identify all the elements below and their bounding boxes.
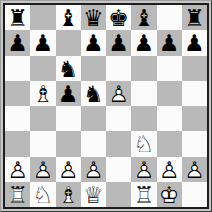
- white-piece-outline: ♙: [30, 157, 55, 182]
- square-c7[interactable]: [56, 30, 81, 55]
- chess-board-frame: ♜♝♛♚♝♜♟♟♟♟♟♟♟♞♝♗♟♞♟♙♞♘♟♙♟♙♟♙♟♙♟♙♟♙♟♙♜♖♞♘…: [0, 0, 212, 212]
- square-d2[interactable]: ♟♙: [81, 157, 106, 182]
- square-c6[interactable]: ♞: [56, 56, 81, 81]
- square-g2[interactable]: ♟♙: [157, 157, 182, 182]
- black-knight[interactable]: ♞: [81, 81, 106, 106]
- white-piece-outline: ♙: [81, 157, 106, 182]
- square-h8[interactable]: ♜: [182, 5, 207, 30]
- square-b7[interactable]: ♟: [30, 30, 55, 55]
- black-piece-glyph: ♟: [106, 31, 131, 56]
- square-a2[interactable]: ♟♙: [5, 157, 30, 182]
- square-e5[interactable]: ♟♙: [106, 81, 131, 106]
- square-a8[interactable]: ♜: [5, 5, 30, 30]
- white-piece-outline: ♗: [30, 81, 55, 106]
- square-f5[interactable]: [131, 81, 156, 106]
- square-g4[interactable]: [157, 106, 182, 131]
- white-bishop[interactable]: ♝♗: [30, 81, 55, 106]
- square-h5[interactable]: [182, 81, 207, 106]
- white-pawn[interactable]: ♟♙: [30, 157, 55, 182]
- white-piece-outline: ♖: [5, 182, 30, 207]
- square-c2[interactable]: ♟♙: [56, 157, 81, 182]
- black-king[interactable]: ♚: [106, 5, 131, 30]
- white-piece-outline: ♘: [131, 132, 156, 157]
- black-piece-glyph: ♚: [106, 6, 131, 31]
- white-piece-outline: ♕: [81, 182, 106, 207]
- white-piece-outline: ♙: [157, 157, 182, 182]
- black-queen[interactable]: ♛: [81, 5, 106, 30]
- black-piece-glyph: ♟: [81, 31, 106, 56]
- square-f2[interactable]: ♟♙: [131, 157, 156, 182]
- square-g5[interactable]: [157, 81, 182, 106]
- black-piece-glyph: ♝: [56, 6, 81, 31]
- square-f4[interactable]: [131, 106, 156, 131]
- square-e6[interactable]: [106, 56, 131, 81]
- chess-board: ♜♝♛♚♝♜♟♟♟♟♟♟♟♞♝♗♟♞♟♙♞♘♟♙♟♙♟♙♟♙♟♙♟♙♟♙♜♖♞♘…: [5, 5, 207, 207]
- white-pawn[interactable]: ♟♙: [81, 157, 106, 182]
- black-knight[interactable]: ♞: [56, 56, 81, 81]
- white-piece-outline: ♙: [182, 157, 207, 182]
- black-piece-glyph: ♟: [5, 31, 30, 56]
- square-g8[interactable]: [157, 5, 182, 30]
- square-h6[interactable]: [182, 56, 207, 81]
- square-c4[interactable]: [56, 106, 81, 131]
- black-piece-glyph: ♟: [56, 81, 81, 106]
- square-c5[interactable]: ♟: [56, 81, 81, 106]
- square-a4[interactable]: [5, 106, 30, 131]
- black-rook[interactable]: ♜: [5, 5, 30, 30]
- square-c3[interactable]: [56, 131, 81, 156]
- square-e4[interactable]: [106, 106, 131, 131]
- square-g7[interactable]: ♟: [157, 30, 182, 55]
- white-pawn[interactable]: ♟♙: [56, 157, 81, 182]
- square-f7[interactable]: ♟: [131, 30, 156, 55]
- square-d1[interactable]: ♛♕: [81, 182, 106, 207]
- square-g3[interactable]: [157, 131, 182, 156]
- square-f8[interactable]: ♝: [131, 5, 156, 30]
- white-queen[interactable]: ♛♕: [81, 182, 106, 207]
- white-piece-outline: ♙: [131, 157, 156, 182]
- black-piece-glyph: ♟: [131, 31, 156, 56]
- square-c8[interactable]: ♝: [56, 5, 81, 30]
- black-pawn[interactable]: ♟: [30, 30, 55, 55]
- white-bishop[interactable]: ♝♗: [56, 182, 81, 207]
- white-king[interactable]: ♚♔: [157, 182, 182, 207]
- black-piece-glyph: ♜: [5, 6, 30, 31]
- square-b8[interactable]: [30, 5, 55, 30]
- white-knight[interactable]: ♞♘: [131, 131, 156, 156]
- square-b3[interactable]: [30, 131, 55, 156]
- white-piece-outline: ♙: [56, 157, 81, 182]
- black-piece-glyph: ♞: [56, 56, 81, 81]
- square-b2[interactable]: ♟♙: [30, 157, 55, 182]
- black-piece-glyph: ♛: [81, 6, 106, 31]
- black-piece-glyph: ♟: [157, 31, 182, 56]
- black-pawn[interactable]: ♟: [106, 30, 131, 55]
- white-knight[interactable]: ♞♘: [30, 182, 55, 207]
- black-piece-glyph: ♟: [30, 31, 55, 56]
- white-piece-outline: ♗: [56, 182, 81, 207]
- square-e8[interactable]: ♚: [106, 5, 131, 30]
- square-h2[interactable]: ♟♙: [182, 157, 207, 182]
- white-pawn[interactable]: ♟♙: [182, 157, 207, 182]
- black-piece-glyph: ♝: [131, 6, 156, 31]
- square-h7[interactable]: ♟: [182, 30, 207, 55]
- square-c1[interactable]: ♝♗: [56, 182, 81, 207]
- black-pawn[interactable]: ♟: [157, 30, 182, 55]
- square-d3[interactable]: [81, 131, 106, 156]
- square-b4[interactable]: [30, 106, 55, 131]
- white-rook[interactable]: ♜♖: [5, 182, 30, 207]
- square-d8[interactable]: ♛: [81, 5, 106, 30]
- white-pawn[interactable]: ♟♙: [131, 157, 156, 182]
- black-bishop[interactable]: ♝: [131, 5, 156, 30]
- square-d4[interactable]: [81, 106, 106, 131]
- square-e7[interactable]: ♟: [106, 30, 131, 55]
- square-h4[interactable]: [182, 106, 207, 131]
- square-e2[interactable]: [106, 157, 131, 182]
- white-piece-outline: ♘: [30, 182, 55, 207]
- square-a7[interactable]: ♟: [5, 30, 30, 55]
- black-piece-glyph: ♞: [81, 81, 106, 106]
- square-b1[interactable]: ♞♘: [30, 182, 55, 207]
- white-piece-outline: ♙: [5, 157, 30, 182]
- white-piece-outline: ♔: [157, 182, 182, 207]
- square-f6[interactable]: [131, 56, 156, 81]
- square-f3[interactable]: ♞♘: [131, 131, 156, 156]
- black-pawn[interactable]: ♟: [131, 30, 156, 55]
- black-pawn[interactable]: ♟: [182, 30, 207, 55]
- square-a3[interactable]: [5, 131, 30, 156]
- square-a6[interactable]: [5, 56, 30, 81]
- square-d6[interactable]: [81, 56, 106, 81]
- black-pawn[interactable]: ♟: [81, 30, 106, 55]
- square-d5[interactable]: ♞: [81, 81, 106, 106]
- black-rook[interactable]: ♜: [182, 5, 207, 30]
- black-piece-glyph: ♟: [182, 31, 207, 56]
- chess-board-border: ♜♝♛♚♝♜♟♟♟♟♟♟♟♞♝♗♟♞♟♙♞♘♟♙♟♙♟♙♟♙♟♙♟♙♟♙♜♖♞♘…: [3, 3, 209, 209]
- square-g6[interactable]: [157, 56, 182, 81]
- black-piece-glyph: ♜: [182, 6, 207, 31]
- square-d7[interactable]: ♟: [81, 30, 106, 55]
- square-g1[interactable]: ♚♔: [157, 182, 182, 207]
- square-a5[interactable]: [5, 81, 30, 106]
- square-f1[interactable]: ♜♖: [131, 182, 156, 207]
- white-pawn[interactable]: ♟♙: [5, 157, 30, 182]
- square-b6[interactable]: [30, 56, 55, 81]
- square-h1[interactable]: [182, 182, 207, 207]
- square-e3[interactable]: [106, 131, 131, 156]
- white-pawn[interactable]: ♟♙: [106, 81, 131, 106]
- black-pawn[interactable]: ♟: [56, 81, 81, 106]
- square-e1[interactable]: [106, 182, 131, 207]
- white-pawn[interactable]: ♟♙: [157, 157, 182, 182]
- square-a1[interactable]: ♜♖: [5, 182, 30, 207]
- white-rook[interactable]: ♜♖: [131, 182, 156, 207]
- square-b5[interactable]: ♝♗: [30, 81, 55, 106]
- black-pawn[interactable]: ♟: [5, 30, 30, 55]
- white-piece-outline: ♙: [106, 81, 131, 106]
- white-piece-outline: ♖: [131, 182, 156, 207]
- black-bishop[interactable]: ♝: [56, 5, 81, 30]
- square-h3[interactable]: [182, 131, 207, 156]
